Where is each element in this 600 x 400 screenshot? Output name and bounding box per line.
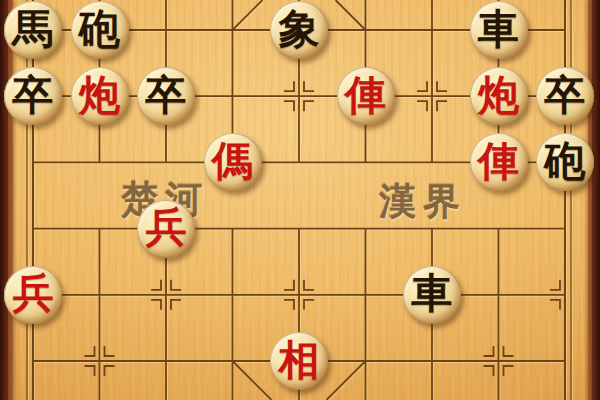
black-elephant-glyph: 象	[279, 9, 320, 52]
black-cannon-glyph: 砲	[545, 141, 586, 184]
piece-black-chariot[interactable]: 車	[403, 266, 461, 324]
piece-red-soldier[interactable]: 兵	[137, 200, 195, 258]
piece-red-cannon[interactable]: 炮	[470, 67, 528, 125]
pieces-layer: 馬砲象車卒炮卒俥炮卒傌俥砲兵兵車相	[0, 0, 600, 400]
piece-black-soldier[interactable]: 卒	[4, 67, 62, 125]
red-cannon-glyph: 炮	[79, 75, 120, 118]
piece-red-chariot[interactable]: 俥	[337, 67, 395, 125]
piece-red-chariot[interactable]: 俥	[470, 133, 528, 191]
black-chariot-glyph: 車	[478, 9, 519, 52]
piece-black-cannon[interactable]: 砲	[71, 1, 129, 59]
piece-red-elephant[interactable]: 相	[270, 332, 328, 390]
black-soldier-glyph: 卒	[13, 75, 54, 118]
black-chariot-glyph: 車	[412, 273, 453, 316]
red-soldier-glyph: 兵	[13, 273, 54, 316]
red-chariot-glyph: 俥	[478, 141, 519, 184]
piece-red-horse[interactable]: 傌	[204, 133, 262, 191]
red-soldier-glyph: 兵	[146, 207, 187, 250]
piece-black-cannon[interactable]: 砲	[536, 133, 594, 191]
piece-red-soldier[interactable]: 兵	[4, 266, 62, 324]
piece-black-soldier[interactable]: 卒	[536, 67, 594, 125]
piece-red-cannon[interactable]: 炮	[71, 67, 129, 125]
piece-black-elephant[interactable]: 象	[270, 1, 328, 59]
piece-black-chariot[interactable]: 車	[470, 1, 528, 59]
black-horse-glyph: 馬	[13, 9, 54, 52]
black-soldier-glyph: 卒	[146, 75, 187, 118]
xiangqi-board[interactable]: 楚河 漢界 馬砲象車卒炮卒俥炮卒傌俥砲兵兵車相	[0, 0, 600, 400]
black-cannon-glyph: 砲	[79, 9, 120, 52]
black-soldier-glyph: 卒	[545, 75, 586, 118]
red-chariot-glyph: 俥	[345, 75, 386, 118]
piece-black-soldier[interactable]: 卒	[137, 67, 195, 125]
red-elephant-glyph: 相	[279, 340, 320, 383]
piece-black-horse[interactable]: 馬	[4, 1, 62, 59]
red-horse-glyph: 傌	[212, 141, 253, 184]
red-cannon-glyph: 炮	[478, 75, 519, 118]
